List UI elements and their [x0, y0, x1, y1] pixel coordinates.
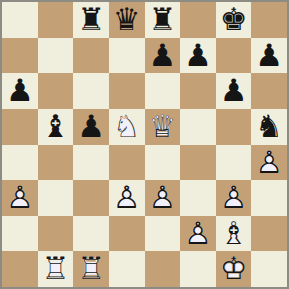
square-d3[interactable]: ♟♙ [109, 180, 145, 216]
square-c8[interactable]: ♜ [73, 2, 109, 38]
square-d6[interactable] [109, 73, 145, 109]
square-g6[interactable]: ♟ [216, 73, 252, 109]
square-h5[interactable]: ♞ [251, 109, 287, 145]
piece-white-pawn-f2[interactable]: ♟♙ [180, 216, 216, 252]
square-c5[interactable]: ♟ [73, 109, 109, 145]
square-e3[interactable]: ♟♙ [145, 180, 181, 216]
piece-black-pawn-a6[interactable]: ♟ [2, 73, 38, 109]
square-b6[interactable] [38, 73, 74, 109]
square-d7[interactable] [109, 38, 145, 74]
square-a1[interactable] [2, 251, 38, 287]
piece-black-bishop-b5[interactable]: ♝ [38, 109, 74, 145]
piece-black-rook-e8[interactable]: ♜ [145, 2, 181, 38]
square-c4[interactable] [73, 145, 109, 181]
square-g5[interactable] [216, 109, 252, 145]
piece-black-king-g8[interactable]: ♚ [216, 2, 252, 38]
square-b2[interactable] [38, 216, 74, 252]
square-d4[interactable] [109, 145, 145, 181]
square-b4[interactable] [38, 145, 74, 181]
square-f2[interactable]: ♟♙ [180, 216, 216, 252]
square-e4[interactable] [145, 145, 181, 181]
piece-white-pawn-a3[interactable]: ♟♙ [2, 180, 38, 216]
square-h1[interactable] [251, 251, 287, 287]
square-a3[interactable]: ♟♙ [2, 180, 38, 216]
square-h4[interactable]: ♟♙ [251, 145, 287, 181]
piece-white-rook-b1[interactable]: ♜♖ [38, 251, 74, 287]
square-f6[interactable] [180, 73, 216, 109]
square-g8[interactable]: ♚ [216, 2, 252, 38]
square-f4[interactable] [180, 145, 216, 181]
square-h2[interactable] [251, 216, 287, 252]
square-h8[interactable] [251, 2, 287, 38]
square-e5[interactable]: ♛♕ [145, 109, 181, 145]
piece-white-queen-e5[interactable]: ♛♕ [145, 109, 181, 145]
square-g7[interactable] [216, 38, 252, 74]
piece-white-pawn-g3[interactable]: ♟♙ [216, 180, 252, 216]
chess-board: ♜♛♜♚♟♟♟♟♟♝♟♞♘♛♕♞♟♙♟♙♟♙♟♙♟♙♟♙♝♗♜♖♜♖♚♔ [2, 2, 287, 287]
square-f1[interactable] [180, 251, 216, 287]
piece-black-knight-h5[interactable]: ♞ [251, 109, 287, 145]
square-d1[interactable] [109, 251, 145, 287]
square-b7[interactable] [38, 38, 74, 74]
square-f7[interactable]: ♟ [180, 38, 216, 74]
square-c3[interactable] [73, 180, 109, 216]
piece-white-knight-d5[interactable]: ♞♘ [109, 109, 145, 145]
piece-white-pawn-d3[interactable]: ♟♙ [109, 180, 145, 216]
square-e2[interactable] [145, 216, 181, 252]
square-d8[interactable]: ♛ [109, 2, 145, 38]
square-a6[interactable]: ♟ [2, 73, 38, 109]
piece-black-queen-d8[interactable]: ♛ [109, 2, 145, 38]
square-e7[interactable]: ♟ [145, 38, 181, 74]
square-b1[interactable]: ♜♖ [38, 251, 74, 287]
square-c6[interactable] [73, 73, 109, 109]
square-c1[interactable]: ♜♖ [73, 251, 109, 287]
square-b8[interactable] [38, 2, 74, 38]
square-g3[interactable]: ♟♙ [216, 180, 252, 216]
piece-black-pawn-e7[interactable]: ♟ [145, 38, 181, 74]
square-c7[interactable] [73, 38, 109, 74]
piece-white-bishop-g2[interactable]: ♝♗ [216, 216, 252, 252]
square-d5[interactable]: ♞♘ [109, 109, 145, 145]
piece-white-king-g1[interactable]: ♚♔ [216, 251, 252, 287]
square-a8[interactable] [2, 2, 38, 38]
piece-black-pawn-f7[interactable]: ♟ [180, 38, 216, 74]
piece-black-rook-c8[interactable]: ♜ [73, 2, 109, 38]
square-h7[interactable]: ♟ [251, 38, 287, 74]
square-g1[interactable]: ♚♔ [216, 251, 252, 287]
square-h3[interactable] [251, 180, 287, 216]
square-f8[interactable] [180, 2, 216, 38]
square-d2[interactable] [109, 216, 145, 252]
square-f3[interactable] [180, 180, 216, 216]
square-a4[interactable] [2, 145, 38, 181]
piece-black-pawn-c5[interactable]: ♟ [73, 109, 109, 145]
square-g4[interactable] [216, 145, 252, 181]
square-g2[interactable]: ♝♗ [216, 216, 252, 252]
piece-white-rook-c1[interactable]: ♜♖ [73, 251, 109, 287]
square-e6[interactable] [145, 73, 181, 109]
piece-white-pawn-h4[interactable]: ♟♙ [251, 145, 287, 181]
piece-black-pawn-h7[interactable]: ♟ [251, 38, 287, 74]
square-f5[interactable] [180, 109, 216, 145]
square-c2[interactable] [73, 216, 109, 252]
square-a5[interactable] [2, 109, 38, 145]
square-b5[interactable]: ♝ [38, 109, 74, 145]
piece-white-pawn-e3[interactable]: ♟♙ [145, 180, 181, 216]
square-b3[interactable] [38, 180, 74, 216]
square-h6[interactable] [251, 73, 287, 109]
chess-board-frame: ♜♛♜♚♟♟♟♟♟♝♟♞♘♛♕♞♟♙♟♙♟♙♟♙♟♙♟♙♝♗♜♖♜♖♚♔ [0, 0, 289, 289]
square-a7[interactable] [2, 38, 38, 74]
square-a2[interactable] [2, 216, 38, 252]
piece-black-pawn-g6[interactable]: ♟ [216, 73, 252, 109]
square-e1[interactable] [145, 251, 181, 287]
square-e8[interactable]: ♜ [145, 2, 181, 38]
